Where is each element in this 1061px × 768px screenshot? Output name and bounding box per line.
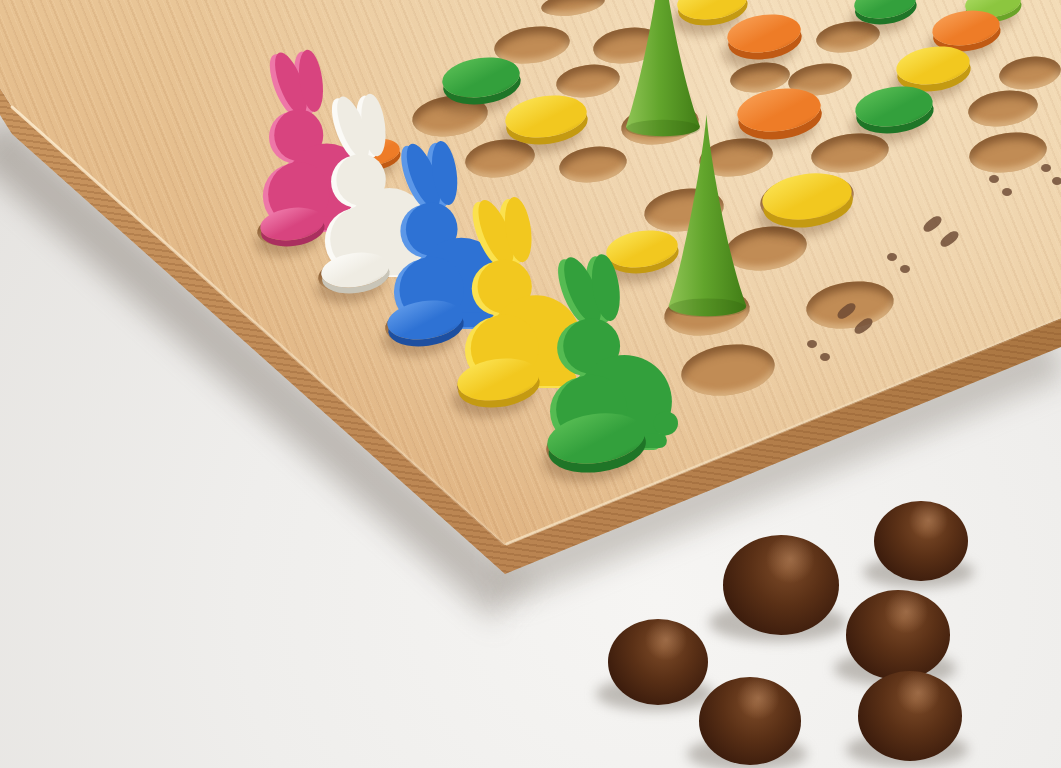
rabbit-track-dot-print [1041, 164, 1051, 172]
rabbit-track-dot-print [887, 253, 897, 261]
rabbit-track-dot-print [807, 340, 817, 348]
photo-stage [0, 0, 1061, 768]
rabbit-track-dot-print [989, 175, 999, 183]
rabbit-track-dot-print [1052, 177, 1061, 185]
game-disc-yellow[interactable] [894, 42, 972, 89]
molehill-piece[interactable] [874, 501, 968, 582]
molehill-piece[interactable] [699, 677, 801, 765]
game-disc-green[interactable] [852, 0, 918, 22]
rabbit-track-dot-print [900, 265, 910, 273]
game-disc-orange[interactable] [725, 10, 803, 57]
game-disc-orange[interactable] [930, 6, 1002, 49]
game-disc-green[interactable] [853, 81, 936, 130]
molehill-piece[interactable] [723, 535, 839, 635]
molehill-piece[interactable] [846, 590, 950, 679]
rabbit-track-dot-print [820, 353, 830, 361]
game-disc-yellow[interactable] [503, 90, 590, 142]
molehill-piece[interactable] [858, 671, 962, 760]
molehill-piece[interactable] [608, 619, 708, 705]
rabbit-track-dot-print [1002, 188, 1012, 196]
